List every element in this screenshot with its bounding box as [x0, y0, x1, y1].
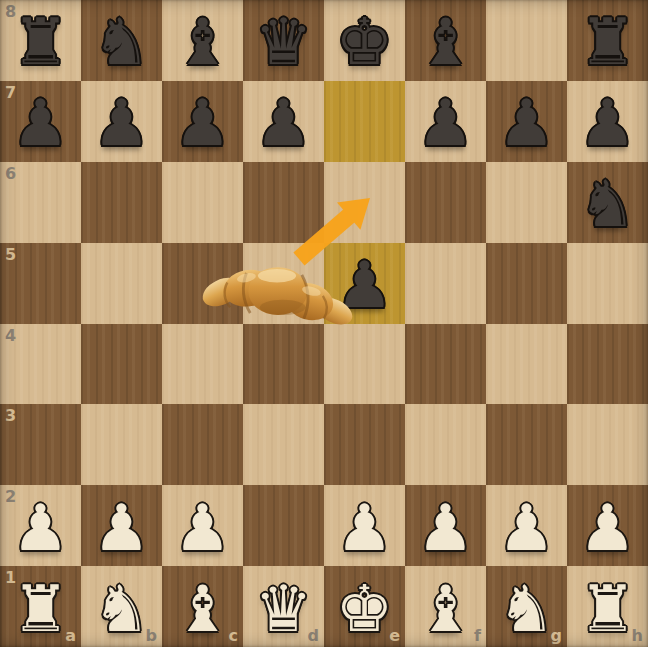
square-f2[interactable]: ♟ [405, 485, 486, 566]
black-rook-h8[interactable]: ♜ [579, 10, 636, 74]
square-g7[interactable]: ♟ [486, 81, 567, 162]
square-g6[interactable] [486, 162, 567, 243]
white-king-e1[interactable]: ♚ [336, 577, 393, 641]
square-h3[interactable] [567, 404, 648, 485]
black-pawn-b7[interactable]: ♟ [93, 91, 150, 155]
square-e6[interactable] [324, 162, 405, 243]
square-d2[interactable] [243, 485, 324, 566]
square-h5[interactable] [567, 243, 648, 324]
square-b1[interactable]: b♞ [81, 566, 162, 647]
rank-label-5: 5 [5, 247, 16, 263]
square-b3[interactable] [81, 404, 162, 485]
white-pawn-a2[interactable]: ♟ [12, 496, 69, 560]
black-king-e8[interactable]: ♚ [336, 10, 393, 74]
square-f7[interactable]: ♟ [405, 81, 486, 162]
white-pawn-f2[interactable]: ♟ [417, 496, 474, 560]
rank-label-6: 6 [5, 166, 16, 182]
black-pawn-f7[interactable]: ♟ [417, 91, 474, 155]
square-b5[interactable] [81, 243, 162, 324]
square-b6[interactable] [81, 162, 162, 243]
square-g2[interactable]: ♟ [486, 485, 567, 566]
rank-label-3: 3 [5, 408, 16, 424]
square-e7[interactable] [324, 81, 405, 162]
square-f8[interactable]: ♝ [405, 0, 486, 81]
square-a7[interactable]: 7♟ [0, 81, 81, 162]
square-h6[interactable]: ♞ [567, 162, 648, 243]
chess-app: 8♜♞♝♛♚♝♜7♟♟♟♟♟♟♟6♞5♟432♟♟♟♟♟♟♟1a♜b♞c♝d♛e… [0, 0, 648, 647]
square-g3[interactable] [486, 404, 567, 485]
square-a6[interactable]: 6 [0, 162, 81, 243]
black-bishop-c8[interactable]: ♝ [174, 10, 231, 74]
square-f4[interactable] [405, 324, 486, 405]
square-c8[interactable]: ♝ [162, 0, 243, 81]
square-e1[interactable]: e♚ [324, 566, 405, 647]
white-bishop-f1[interactable]: ♝ [417, 577, 474, 641]
black-rook-a8[interactable]: ♜ [12, 10, 69, 74]
white-pawn-g2[interactable]: ♟ [498, 496, 555, 560]
square-c6[interactable] [162, 162, 243, 243]
square-f6[interactable] [405, 162, 486, 243]
white-pawn-e2[interactable]: ♟ [336, 496, 393, 560]
white-pawn-c2[interactable]: ♟ [174, 496, 231, 560]
square-c3[interactable] [162, 404, 243, 485]
black-pawn-c7[interactable]: ♟ [174, 91, 231, 155]
square-g5[interactable] [486, 243, 567, 324]
square-b7[interactable]: ♟ [81, 81, 162, 162]
square-g1[interactable]: g♞ [486, 566, 567, 647]
white-rook-a1[interactable]: ♜ [12, 577, 69, 641]
black-bishop-f8[interactable]: ♝ [417, 10, 474, 74]
square-d7[interactable]: ♟ [243, 81, 324, 162]
croissant-icon[interactable] [198, 250, 356, 336]
square-c1[interactable]: c♝ [162, 566, 243, 647]
square-h1[interactable]: h♜ [567, 566, 648, 647]
file-label-f: f [474, 628, 481, 644]
square-e8[interactable]: ♚ [324, 0, 405, 81]
white-pawn-h2[interactable]: ♟ [579, 496, 636, 560]
square-e2[interactable]: ♟ [324, 485, 405, 566]
black-pawn-g7[interactable]: ♟ [498, 91, 555, 155]
square-d3[interactable] [243, 404, 324, 485]
square-f3[interactable] [405, 404, 486, 485]
square-h7[interactable]: ♟ [567, 81, 648, 162]
square-h4[interactable] [567, 324, 648, 405]
white-rook-h1[interactable]: ♜ [579, 577, 636, 641]
black-queen-d8[interactable]: ♛ [255, 10, 312, 74]
square-a2[interactable]: 2♟ [0, 485, 81, 566]
white-queen-d1[interactable]: ♛ [255, 577, 312, 641]
square-h2[interactable]: ♟ [567, 485, 648, 566]
square-d6[interactable] [243, 162, 324, 243]
black-pawn-a7[interactable]: ♟ [12, 91, 69, 155]
square-c2[interactable]: ♟ [162, 485, 243, 566]
square-f1[interactable]: f♝ [405, 566, 486, 647]
black-knight-h6[interactable]: ♞ [579, 172, 636, 236]
square-c7[interactable]: ♟ [162, 81, 243, 162]
rank-label-4: 4 [5, 328, 16, 344]
square-a3[interactable]: 3 [0, 404, 81, 485]
square-g4[interactable] [486, 324, 567, 405]
square-d1[interactable]: d♛ [243, 566, 324, 647]
black-pawn-h7[interactable]: ♟ [579, 91, 636, 155]
white-knight-g1[interactable]: ♞ [498, 577, 555, 641]
square-a8[interactable]: 8♜ [0, 0, 81, 81]
square-a4[interactable]: 4 [0, 324, 81, 405]
square-a1[interactable]: 1a♜ [0, 566, 81, 647]
square-a5[interactable]: 5 [0, 243, 81, 324]
black-pawn-d7[interactable]: ♟ [255, 91, 312, 155]
square-e3[interactable] [324, 404, 405, 485]
white-bishop-c1[interactable]: ♝ [174, 577, 231, 641]
square-d8[interactable]: ♛ [243, 0, 324, 81]
square-b2[interactable]: ♟ [81, 485, 162, 566]
white-knight-b1[interactable]: ♞ [93, 577, 150, 641]
square-f5[interactable] [405, 243, 486, 324]
black-knight-b8[interactable]: ♞ [93, 10, 150, 74]
square-g8[interactable] [486, 0, 567, 81]
white-pawn-b2[interactable]: ♟ [93, 496, 150, 560]
square-b8[interactable]: ♞ [81, 0, 162, 81]
square-h8[interactable]: ♜ [567, 0, 648, 81]
square-b4[interactable] [81, 324, 162, 405]
